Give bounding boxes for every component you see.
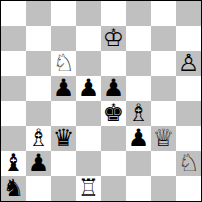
square-d1[interactable]: ♖ <box>76 176 101 201</box>
black-pawn[interactable]: ♟ <box>28 151 50 176</box>
square-h3[interactable] <box>176 126 201 151</box>
white-knight[interactable]: ♘ <box>53 51 75 76</box>
square-d4[interactable] <box>76 101 101 126</box>
square-g8[interactable] <box>151 1 176 26</box>
square-a3[interactable] <box>1 126 26 151</box>
square-a6[interactable] <box>1 51 26 76</box>
square-c4[interactable] <box>51 101 76 126</box>
white-bishop[interactable]: ♗ <box>128 101 150 126</box>
square-g4[interactable] <box>151 101 176 126</box>
square-h8[interactable] <box>176 1 201 26</box>
black-bishop[interactable]: ♝ <box>3 151 25 176</box>
square-c5[interactable]: ♟ <box>51 76 76 101</box>
white-rook[interactable]: ♖ <box>78 176 100 201</box>
square-h1[interactable] <box>176 176 201 201</box>
black-pawn[interactable]: ♟ <box>103 76 125 101</box>
square-a5[interactable] <box>1 76 26 101</box>
white-bishop[interactable]: ♗ <box>28 126 50 151</box>
square-b5[interactable] <box>26 76 51 101</box>
square-d8[interactable] <box>76 1 101 26</box>
square-h2[interactable]: ♘ <box>176 151 201 176</box>
square-g7[interactable] <box>151 26 176 51</box>
square-f2[interactable] <box>126 151 151 176</box>
square-f3[interactable]: ♟ <box>126 126 151 151</box>
square-e3[interactable] <box>101 126 126 151</box>
square-a8[interactable] <box>1 1 26 26</box>
square-e7[interactable]: ♔ <box>101 26 126 51</box>
square-d3[interactable] <box>76 126 101 151</box>
square-e4[interactable]: ♚ <box>101 101 126 126</box>
chess-diagram: ♔♘♙♟♟♟♚♗♗♛♟♕♝♟♘♞♖ <box>0 0 202 202</box>
square-b1[interactable] <box>26 176 51 201</box>
square-c3[interactable]: ♛ <box>51 126 76 151</box>
square-b2[interactable]: ♟ <box>26 151 51 176</box>
square-f4[interactable]: ♗ <box>126 101 151 126</box>
square-f6[interactable] <box>126 51 151 76</box>
square-f8[interactable] <box>126 1 151 26</box>
black-king[interactable]: ♚ <box>103 101 125 126</box>
square-f1[interactable] <box>126 176 151 201</box>
black-pawn[interactable]: ♟ <box>78 76 100 101</box>
square-b4[interactable] <box>26 101 51 126</box>
black-pawn[interactable]: ♟ <box>128 126 150 151</box>
square-c2[interactable] <box>51 151 76 176</box>
white-queen[interactable]: ♕ <box>153 126 175 151</box>
square-e8[interactable] <box>101 1 126 26</box>
square-f7[interactable] <box>126 26 151 51</box>
square-d2[interactable] <box>76 151 101 176</box>
square-a2[interactable]: ♝ <box>1 151 26 176</box>
square-b3[interactable]: ♗ <box>26 126 51 151</box>
white-king[interactable]: ♔ <box>103 26 125 51</box>
square-h6[interactable]: ♙ <box>176 51 201 76</box>
square-h7[interactable] <box>176 26 201 51</box>
square-c7[interactable] <box>51 26 76 51</box>
square-d6[interactable] <box>76 51 101 76</box>
square-b8[interactable] <box>26 1 51 26</box>
black-pawn[interactable]: ♟ <box>53 76 75 101</box>
square-g6[interactable] <box>151 51 176 76</box>
chess-board: ♔♘♙♟♟♟♚♗♗♛♟♕♝♟♘♞♖ <box>0 0 202 202</box>
black-knight[interactable]: ♞ <box>3 176 25 201</box>
square-d7[interactable] <box>76 26 101 51</box>
square-h5[interactable] <box>176 76 201 101</box>
square-b7[interactable] <box>26 26 51 51</box>
square-h4[interactable] <box>176 101 201 126</box>
square-a7[interactable] <box>1 26 26 51</box>
white-pawn[interactable]: ♙ <box>178 51 200 76</box>
square-g5[interactable] <box>151 76 176 101</box>
square-b6[interactable] <box>26 51 51 76</box>
square-g1[interactable] <box>151 176 176 201</box>
square-d5[interactable]: ♟ <box>76 76 101 101</box>
black-queen[interactable]: ♛ <box>53 126 75 151</box>
square-e1[interactable] <box>101 176 126 201</box>
square-c1[interactable] <box>51 176 76 201</box>
white-knight[interactable]: ♘ <box>178 151 200 176</box>
square-e2[interactable] <box>101 151 126 176</box>
square-e6[interactable] <box>101 51 126 76</box>
square-e5[interactable]: ♟ <box>101 76 126 101</box>
square-a4[interactable] <box>1 101 26 126</box>
square-a1[interactable]: ♞ <box>1 176 26 201</box>
square-g2[interactable] <box>151 151 176 176</box>
square-g3[interactable]: ♕ <box>151 126 176 151</box>
square-c8[interactable] <box>51 1 76 26</box>
square-f5[interactable] <box>126 76 151 101</box>
square-c6[interactable]: ♘ <box>51 51 76 76</box>
